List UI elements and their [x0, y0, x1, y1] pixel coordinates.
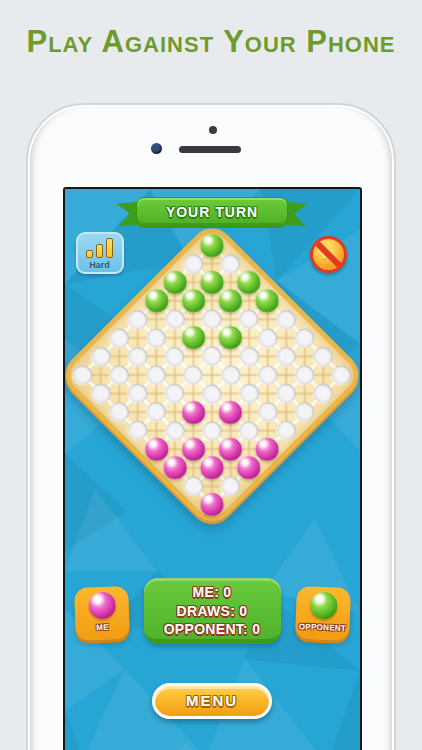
pink-marble	[256, 438, 279, 461]
turn-banner: YOUR TURN	[117, 197, 307, 228]
pink-marble	[201, 493, 224, 516]
green-marble	[145, 289, 168, 312]
player-opponent-button[interactable]: OPPONENT	[295, 586, 351, 641]
scoreboard: ME: 0 DRAWS: 0 OPPONENT: 0	[144, 578, 281, 644]
pink-marble	[219, 438, 242, 461]
score-me: ME: 0	[144, 583, 281, 602]
pink-marble	[182, 401, 205, 424]
page-title: Play Against Your Phone	[0, 24, 422, 60]
green-marble	[182, 326, 205, 349]
green-marble	[182, 289, 205, 312]
pink-marble	[163, 456, 186, 479]
score-opponent: OPPONENT: 0	[144, 620, 281, 639]
difficulty-badge[interactable]: Hard	[76, 232, 124, 274]
green-marble	[201, 271, 224, 294]
difficulty-label: Hard	[89, 260, 110, 270]
menu-button[interactable]: MENU	[152, 683, 272, 719]
pink-marble	[219, 401, 242, 424]
pink-marble	[182, 438, 205, 461]
green-marble	[163, 271, 186, 294]
sound-off-button[interactable]: ♪	[310, 236, 347, 273]
pink-ball-icon	[87, 592, 115, 620]
green-marble	[238, 271, 261, 294]
green-marble	[201, 234, 224, 257]
game-screen: YOUR TURN Hard ♪ ME: 0 DRAWS: 0 OPPONENT…	[63, 187, 362, 750]
pink-marble	[145, 438, 168, 461]
difficulty-bars-icon	[86, 238, 113, 258]
green-marble	[219, 326, 242, 349]
green-marble	[219, 289, 242, 312]
phone-speaker	[179, 146, 241, 153]
player-opponent-label: OPPONENT	[298, 622, 346, 633]
score-draws: DRAWS: 0	[144, 602, 281, 621]
player-me-button[interactable]: ME	[74, 586, 130, 641]
player-me-label: ME	[96, 623, 109, 632]
green-ball-icon	[309, 592, 337, 620]
phone-sensor-dot	[209, 126, 217, 134]
turn-banner-label: YOUR TURN	[136, 197, 288, 228]
pink-marble	[201, 456, 224, 479]
green-marble	[256, 289, 279, 312]
phone-frame: YOUR TURN Hard ♪ ME: 0 DRAWS: 0 OPPONENT…	[26, 103, 396, 750]
phone-camera	[151, 143, 162, 154]
pink-marble	[238, 456, 261, 479]
